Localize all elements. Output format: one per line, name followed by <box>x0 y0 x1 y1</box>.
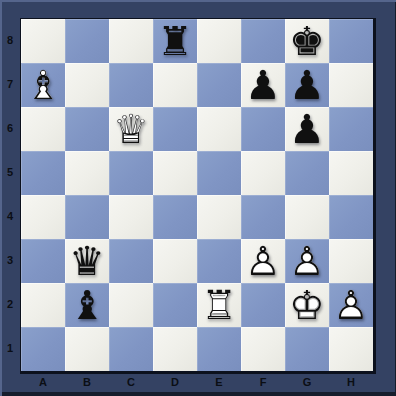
square-c1[interactable] <box>109 327 153 371</box>
square-d2[interactable] <box>153 283 197 327</box>
square-d3[interactable] <box>153 239 197 283</box>
square-c5[interactable] <box>109 151 153 195</box>
square-b5[interactable] <box>65 151 109 195</box>
piece-white-queen[interactable]: ♛♕ <box>109 107 153 151</box>
rank-label-7: 7 <box>2 62 18 106</box>
square-b6[interactable] <box>65 107 109 151</box>
file-label-d: D <box>153 373 197 393</box>
rank-label-4: 4 <box>2 194 18 238</box>
square-c2[interactable] <box>109 283 153 327</box>
square-d1[interactable] <box>153 327 197 371</box>
rank-label-8: 8 <box>2 18 18 62</box>
square-d5[interactable] <box>153 151 197 195</box>
piece-glyph: ♖ <box>197 283 241 327</box>
piece-glyph: ♙ <box>241 239 285 283</box>
piece-black-pawn[interactable]: ♟ <box>285 107 329 151</box>
square-e4[interactable] <box>197 195 241 239</box>
square-f4[interactable] <box>241 195 285 239</box>
square-e7[interactable] <box>197 63 241 107</box>
square-h6[interactable] <box>329 107 373 151</box>
rank-label-3: 3 <box>2 238 18 282</box>
square-e2[interactable]: ♜♖ <box>197 283 241 327</box>
square-h1[interactable] <box>329 327 373 371</box>
square-e5[interactable] <box>197 151 241 195</box>
rank-label-6: 6 <box>2 106 18 150</box>
piece-black-pawn[interactable]: ♟ <box>285 63 329 107</box>
piece-white-pawn[interactable]: ♟♙ <box>285 239 329 283</box>
square-d8[interactable]: ♜ <box>153 19 197 63</box>
square-a4[interactable] <box>21 195 65 239</box>
square-a5[interactable] <box>21 151 65 195</box>
square-e6[interactable] <box>197 107 241 151</box>
square-e1[interactable] <box>197 327 241 371</box>
piece-glyph: ♝ <box>65 283 109 327</box>
rank-label-5: 5 <box>2 150 18 194</box>
piece-glyph: ♕ <box>109 107 153 151</box>
square-g8[interactable]: ♚ <box>285 19 329 63</box>
piece-glyph: ♜ <box>153 19 197 63</box>
piece-white-pawn[interactable]: ♟♙ <box>329 283 373 327</box>
square-f6[interactable] <box>241 107 285 151</box>
piece-glyph: ♔ <box>285 283 329 327</box>
square-a6[interactable] <box>21 107 65 151</box>
piece-white-bishop[interactable]: ♝♗ <box>21 63 65 107</box>
square-f3[interactable]: ♟♙ <box>241 239 285 283</box>
piece-black-rook[interactable]: ♜ <box>153 19 197 63</box>
chess-board: ♜♚♝♗♟♟♛♕♟♛♟♙♟♙♝♜♖♚♔♟♙ <box>20 18 376 374</box>
square-e8[interactable] <box>197 19 241 63</box>
square-h4[interactable] <box>329 195 373 239</box>
square-h7[interactable] <box>329 63 373 107</box>
square-g4[interactable] <box>285 195 329 239</box>
square-c3[interactable] <box>109 239 153 283</box>
square-g3[interactable]: ♟♙ <box>285 239 329 283</box>
piece-black-bishop[interactable]: ♝ <box>65 283 109 327</box>
square-f5[interactable] <box>241 151 285 195</box>
file-label-g: G <box>285 373 329 393</box>
rank-label-1: 1 <box>2 326 18 370</box>
square-h2[interactable]: ♟♙ <box>329 283 373 327</box>
file-label-h: H <box>329 373 373 393</box>
file-label-b: B <box>65 373 109 393</box>
file-label-e: E <box>197 373 241 393</box>
board-frame: ♜♚♝♗♟♟♛♕♟♛♟♙♟♙♝♜♖♚♔♟♙ 87654321 ABCDEFGH <box>0 0 396 396</box>
piece-glyph: ♟ <box>285 107 329 151</box>
square-c8[interactable] <box>109 19 153 63</box>
piece-white-rook[interactable]: ♜♖ <box>197 283 241 327</box>
square-f8[interactable] <box>241 19 285 63</box>
piece-glyph: ♟ <box>285 63 329 107</box>
file-label-a: A <box>21 373 65 393</box>
piece-black-pawn[interactable]: ♟ <box>241 63 285 107</box>
square-d7[interactable] <box>153 63 197 107</box>
square-h5[interactable] <box>329 151 373 195</box>
square-b2[interactable]: ♝ <box>65 283 109 327</box>
square-h3[interactable] <box>329 239 373 283</box>
square-a1[interactable] <box>21 327 65 371</box>
piece-glyph: ♚ <box>285 19 329 63</box>
square-c4[interactable] <box>109 195 153 239</box>
square-g1[interactable] <box>285 327 329 371</box>
piece-glyph: ♙ <box>285 239 329 283</box>
square-a3[interactable] <box>21 239 65 283</box>
square-b7[interactable] <box>65 63 109 107</box>
piece-black-king[interactable]: ♚ <box>285 19 329 63</box>
square-b8[interactable] <box>65 19 109 63</box>
square-c6[interactable]: ♛♕ <box>109 107 153 151</box>
piece-glyph: ♗ <box>21 63 65 107</box>
piece-glyph: ♟ <box>241 63 285 107</box>
file-label-c: C <box>109 373 153 393</box>
square-h8[interactable] <box>329 19 373 63</box>
square-g2[interactable]: ♚♔ <box>285 283 329 327</box>
square-d4[interactable] <box>153 195 197 239</box>
square-g6[interactable]: ♟ <box>285 107 329 151</box>
square-b4[interactable] <box>65 195 109 239</box>
piece-white-pawn[interactable]: ♟♙ <box>241 239 285 283</box>
square-f7[interactable]: ♟ <box>241 63 285 107</box>
rank-label-2: 2 <box>2 282 18 326</box>
square-a8[interactable] <box>21 19 65 63</box>
square-f1[interactable] <box>241 327 285 371</box>
piece-glyph: ♙ <box>329 283 373 327</box>
square-f2[interactable] <box>241 283 285 327</box>
square-e3[interactable] <box>197 239 241 283</box>
file-label-f: F <box>241 373 285 393</box>
piece-black-queen[interactable]: ♛ <box>65 239 109 283</box>
square-d6[interactable] <box>153 107 197 151</box>
square-g7[interactable]: ♟ <box>285 63 329 107</box>
square-b3[interactable]: ♛ <box>65 239 109 283</box>
square-g5[interactable] <box>285 151 329 195</box>
square-c7[interactable] <box>109 63 153 107</box>
square-a7[interactable]: ♝♗ <box>21 63 65 107</box>
piece-glyph: ♛ <box>65 239 109 283</box>
piece-white-king[interactable]: ♚♔ <box>285 283 329 327</box>
square-a2[interactable] <box>21 283 65 327</box>
square-b1[interactable] <box>65 327 109 371</box>
